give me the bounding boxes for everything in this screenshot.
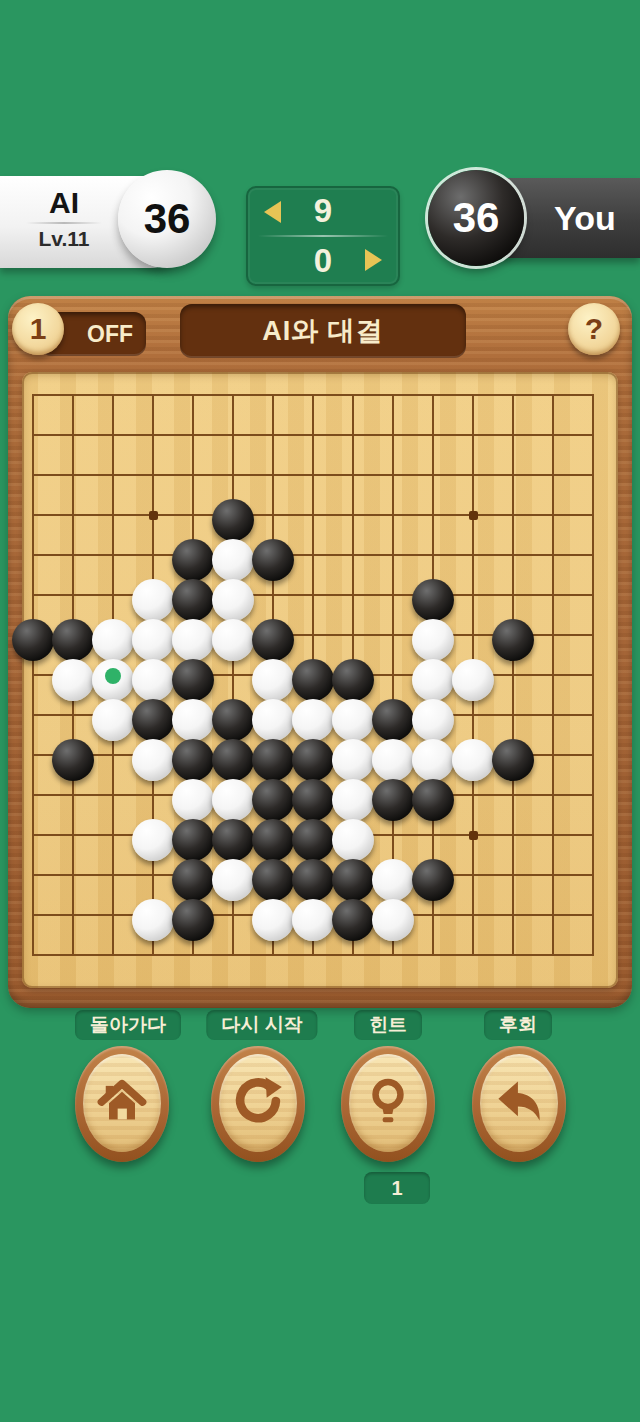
- last-move-marker: [105, 668, 121, 684]
- white-stone: [332, 779, 374, 821]
- white-stone: [132, 659, 174, 701]
- black-stone: [492, 739, 534, 781]
- black-stone: [172, 859, 214, 901]
- hint-count-badge: 1: [364, 1172, 430, 1204]
- black-stone: [252, 859, 294, 901]
- you-black-stone-counter: 36: [428, 170, 524, 266]
- black-stone: [252, 739, 294, 781]
- hint-button[interactable]: [341, 1046, 435, 1162]
- black-stone: [332, 659, 374, 701]
- black-stone: [172, 819, 214, 861]
- white-stone: [92, 619, 134, 661]
- lightbulb-icon: [362, 1075, 414, 1131]
- black-stone: [172, 579, 214, 621]
- white-stone: [92, 659, 134, 701]
- omok-game-screen: { "game": "omok (gomoku / five-in-a-row)…: [0, 0, 640, 1422]
- black-stone: [212, 499, 254, 541]
- ai-white-stone-counter: 36: [118, 170, 216, 268]
- home-icon: [96, 1075, 148, 1131]
- white-stone: [132, 619, 174, 661]
- white-stone: [252, 659, 294, 701]
- undo-arrow-icon: [493, 1075, 545, 1131]
- black-stone: [412, 859, 454, 901]
- white-stone: [292, 699, 334, 741]
- star-point: [469, 511, 478, 520]
- black-stone: [492, 619, 534, 661]
- white-stone: [132, 579, 174, 621]
- black-stone: [292, 859, 334, 901]
- help-button[interactable]: ?: [568, 303, 620, 355]
- white-stone: [52, 659, 94, 701]
- next-arrow-icon[interactable]: [365, 249, 382, 271]
- black-stone: [332, 859, 374, 901]
- black-stone: [172, 659, 214, 701]
- star-point: [469, 831, 478, 840]
- white-stone: [372, 899, 414, 941]
- black-stone: [292, 819, 334, 861]
- black-stone: [252, 779, 294, 821]
- restart-button-label: 다시 시작: [206, 1010, 317, 1040]
- ai-level: Lv.11: [18, 226, 110, 252]
- you-player-name: You: [554, 178, 616, 258]
- black-stone: [372, 779, 414, 821]
- black-stone: [292, 779, 334, 821]
- white-stone: [412, 659, 454, 701]
- white-stone: [92, 699, 134, 741]
- black-stone: [172, 899, 214, 941]
- home-button[interactable]: [75, 1046, 169, 1162]
- white-stone: [212, 619, 254, 661]
- black-stone: [252, 539, 294, 581]
- hint-button-label: 힌트: [354, 1010, 422, 1040]
- white-stone: [372, 739, 414, 781]
- white-stone: [132, 899, 174, 941]
- hint-count: 1: [391, 1177, 402, 1200]
- black-stone: [292, 659, 334, 701]
- black-stone: [252, 819, 294, 861]
- home-button-label: 돌아가다: [75, 1010, 181, 1040]
- white-stone: [412, 619, 454, 661]
- white-stone: [212, 579, 254, 621]
- white-stone: [412, 739, 454, 781]
- black-stone: [252, 619, 294, 661]
- ai-pill-divider: [26, 222, 102, 224]
- white-stone: [332, 819, 374, 861]
- rule-badge-number: 1: [30, 312, 47, 346]
- white-stone: [292, 899, 334, 941]
- black-stone: [332, 899, 374, 941]
- white-stone: [412, 699, 454, 741]
- undo-button-label: 후회: [484, 1010, 552, 1040]
- black-stone: [212, 739, 254, 781]
- white-stone: [252, 699, 294, 741]
- white-stone: [452, 739, 494, 781]
- restart-icon: [232, 1075, 284, 1131]
- white-stone: [172, 619, 214, 661]
- white-stone: [252, 899, 294, 941]
- black-stone: [212, 819, 254, 861]
- white-stone: [332, 699, 374, 741]
- black-stone: [172, 539, 214, 581]
- white-stone: [132, 739, 174, 781]
- black-stone: [412, 579, 454, 621]
- black-stone: [52, 619, 94, 661]
- score-divider: [258, 235, 388, 237]
- white-stone: [332, 739, 374, 781]
- white-stone: [172, 779, 214, 821]
- help-question-icon: ?: [585, 312, 603, 346]
- white-stone: [132, 819, 174, 861]
- restart-button[interactable]: [211, 1046, 305, 1162]
- black-stone: [372, 699, 414, 741]
- white-stone: [212, 539, 254, 581]
- black-stone: [52, 739, 94, 781]
- rule-toggle-label: OFF: [87, 321, 133, 348]
- score-top-value: 9: [248, 192, 398, 230]
- white-stone: [372, 859, 414, 901]
- page-title: AI와 대결: [262, 313, 384, 349]
- star-point: [149, 511, 158, 520]
- black-stone: [12, 619, 54, 661]
- ai-player-name: AI: [18, 186, 110, 220]
- white-stone: [172, 699, 214, 741]
- rule-badge[interactable]: 1: [12, 303, 64, 355]
- black-stone: [132, 699, 174, 741]
- score-navigator: 9 0: [246, 186, 400, 286]
- black-stone: [292, 739, 334, 781]
- black-stone: [412, 779, 454, 821]
- game-board[interactable]: [22, 372, 618, 988]
- white-stone: [452, 659, 494, 701]
- title-plate: AI와 대결: [180, 304, 466, 358]
- black-stone: [172, 739, 214, 781]
- white-stone: [212, 779, 254, 821]
- black-stone: [212, 699, 254, 741]
- white-stone: [212, 859, 254, 901]
- undo-button[interactable]: [472, 1046, 566, 1162]
